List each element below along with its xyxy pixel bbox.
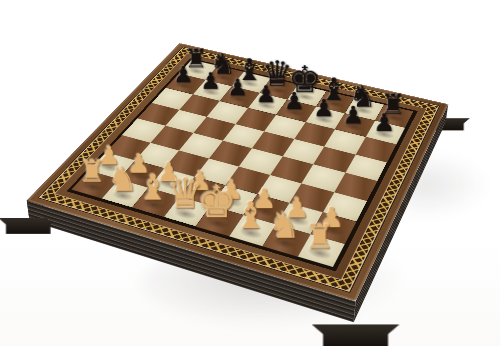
piece-white-rook-h1[interactable]: ♜ [288,221,350,254]
chess-board: ♜♞♝♛♚♝♞♜♟♟♟♟♟♟♟♟♟♟♟♟♟♟♟♟♜♞♝♛♚♝♞♜ [27,43,448,301]
scene-3d: ♜♞♝♛♚♝♞♜♟♟♟♟♟♟♟♟♟♟♟♟♟♟♟♟♜♞♝♛♚♝♞♜ [0,0,500,346]
piece-black-pawn-h7[interactable]: ♟ [357,110,410,135]
photo-backdrop: ♜♞♝♛♚♝♞♜♟♟♟♟♟♟♟♟♟♟♟♟♟♟♟♟♜♞♝♛♚♝♞♜ [0,0,500,346]
